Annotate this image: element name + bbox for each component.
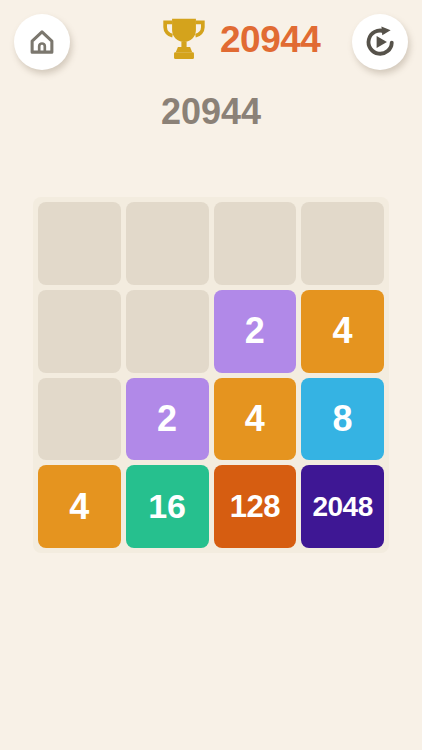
home-icon	[26, 26, 58, 58]
trophy-icon	[158, 14, 210, 66]
tile-2: 2	[214, 290, 297, 373]
tile-128: 128	[214, 465, 297, 548]
empty-cell	[214, 202, 297, 285]
empty-cell	[38, 378, 121, 461]
app-screen: 20944 20944 242484161282048	[0, 0, 422, 750]
tile-4: 4	[214, 378, 297, 461]
restart-button[interactable]	[352, 14, 408, 70]
tile-2048: 2048	[301, 465, 384, 548]
home-button[interactable]	[14, 14, 70, 70]
board[interactable]: 242484161282048	[33, 197, 389, 553]
empty-cell	[126, 290, 209, 373]
empty-cell	[38, 290, 121, 373]
tile-4: 4	[38, 465, 121, 548]
empty-cell	[38, 202, 121, 285]
restart-icon	[363, 25, 397, 59]
tile-4: 4	[301, 290, 384, 373]
tile-16: 16	[126, 465, 209, 548]
empty-cell	[126, 202, 209, 285]
best-score-group: 20944	[158, 12, 320, 68]
empty-cell	[301, 202, 384, 285]
tile-8: 8	[301, 378, 384, 461]
tile-2: 2	[126, 378, 209, 461]
current-score: 20944	[0, 91, 422, 133]
best-score-value: 20944	[220, 12, 320, 68]
